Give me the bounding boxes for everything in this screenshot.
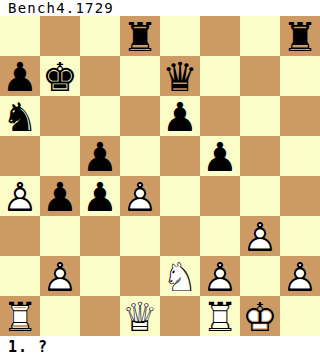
square-d2[interactable] — [120, 256, 160, 296]
square-a7[interactable]: ♟ — [0, 56, 40, 96]
square-e3[interactable] — [160, 216, 200, 256]
square-g2[interactable] — [240, 256, 280, 296]
square-h4[interactable] — [280, 176, 320, 216]
square-h5[interactable] — [280, 136, 320, 176]
square-h1[interactable] — [280, 296, 320, 336]
square-b8[interactable] — [40, 16, 80, 56]
square-c6[interactable] — [80, 96, 120, 136]
square-a5[interactable] — [0, 136, 40, 176]
square-f3[interactable] — [200, 216, 240, 256]
position-title: Bench4.1729 — [8, 0, 114, 16]
square-c4[interactable]: ♟ — [80, 176, 120, 216]
square-a6[interactable]: ♞ — [0, 96, 40, 136]
piece-white-pawn[interactable]: ♙ — [0, 176, 40, 216]
square-a4[interactable]: ♟♙ — [0, 176, 40, 216]
piece-white-knight[interactable]: ♘ — [160, 256, 200, 296]
square-c5[interactable]: ♟ — [80, 136, 120, 176]
square-g4[interactable] — [240, 176, 280, 216]
piece-white-pawn[interactable]: ♙ — [280, 256, 320, 296]
square-b2[interactable]: ♟♙ — [40, 256, 80, 296]
piece-black-pawn[interactable]: ♟ — [80, 136, 120, 176]
square-d7[interactable] — [120, 56, 160, 96]
piece-black-queen[interactable]: ♛ — [160, 56, 200, 96]
piece-black-pawn[interactable]: ♟ — [80, 176, 120, 216]
square-e5[interactable] — [160, 136, 200, 176]
piece-white-pawn[interactable]: ♙ — [200, 256, 240, 296]
square-f4[interactable] — [200, 176, 240, 216]
piece-black-rook[interactable]: ♜ — [120, 16, 160, 56]
square-a2[interactable] — [0, 256, 40, 296]
square-a8[interactable] — [0, 16, 40, 56]
square-b7[interactable]: ♚ — [40, 56, 80, 96]
square-g1[interactable]: ♚♔ — [240, 296, 280, 336]
square-c8[interactable] — [80, 16, 120, 56]
square-g3[interactable]: ♟♙ — [240, 216, 280, 256]
square-e6[interactable]: ♟ — [160, 96, 200, 136]
square-c3[interactable] — [80, 216, 120, 256]
square-e7[interactable]: ♛ — [160, 56, 200, 96]
piece-black-pawn[interactable]: ♟ — [0, 56, 40, 96]
move-prompt: 1. ? — [8, 337, 48, 357]
square-b1[interactable] — [40, 296, 80, 336]
square-g7[interactable] — [240, 56, 280, 96]
square-h7[interactable] — [280, 56, 320, 96]
square-f6[interactable] — [200, 96, 240, 136]
piece-white-rook[interactable]: ♖ — [0, 296, 40, 336]
square-h8[interactable]: ♜ — [280, 16, 320, 56]
piece-white-queen[interactable]: ♕ — [120, 296, 160, 336]
square-d3[interactable] — [120, 216, 160, 256]
piece-white-king[interactable]: ♔ — [240, 296, 280, 336]
square-d8[interactable]: ♜ — [120, 16, 160, 56]
square-h3[interactable] — [280, 216, 320, 256]
square-e8[interactable] — [160, 16, 200, 56]
square-c7[interactable] — [80, 56, 120, 96]
square-c2[interactable] — [80, 256, 120, 296]
square-b6[interactable] — [40, 96, 80, 136]
piece-white-pawn[interactable]: ♙ — [120, 176, 160, 216]
square-f2[interactable]: ♟♙ — [200, 256, 240, 296]
piece-black-rook[interactable]: ♜ — [280, 16, 320, 56]
square-a3[interactable] — [0, 216, 40, 256]
piece-white-pawn[interactable]: ♙ — [240, 216, 280, 256]
square-d6[interactable] — [120, 96, 160, 136]
piece-black-pawn[interactable]: ♟ — [160, 96, 200, 136]
square-a1[interactable]: ♜♖ — [0, 296, 40, 336]
square-f1[interactable]: ♜♖ — [200, 296, 240, 336]
square-b4[interactable]: ♟ — [40, 176, 80, 216]
square-e4[interactable] — [160, 176, 200, 216]
square-b3[interactable] — [40, 216, 80, 256]
piece-black-pawn[interactable]: ♟ — [200, 136, 240, 176]
square-d5[interactable] — [120, 136, 160, 176]
chess-board: ♜♜♟♚♛♞♟♟♟♟♙♟♟♟♙♟♙♟♙♞♘♟♙♟♙♜♖♛♕♜♖♚♔ — [0, 16, 320, 336]
square-b5[interactable] — [40, 136, 80, 176]
piece-black-pawn[interactable]: ♟ — [40, 176, 80, 216]
square-e2[interactable]: ♞♘ — [160, 256, 200, 296]
square-g6[interactable] — [240, 96, 280, 136]
piece-white-pawn[interactable]: ♙ — [40, 256, 80, 296]
square-g5[interactable] — [240, 136, 280, 176]
square-h6[interactable] — [280, 96, 320, 136]
square-f8[interactable] — [200, 16, 240, 56]
square-h2[interactable]: ♟♙ — [280, 256, 320, 296]
piece-black-knight[interactable]: ♞ — [0, 96, 40, 136]
square-f7[interactable] — [200, 56, 240, 96]
square-c1[interactable] — [80, 296, 120, 336]
piece-black-king[interactable]: ♚ — [40, 56, 80, 96]
square-f5[interactable]: ♟ — [200, 136, 240, 176]
square-d1[interactable]: ♛♕ — [120, 296, 160, 336]
square-e1[interactable] — [160, 296, 200, 336]
piece-white-rook[interactable]: ♖ — [200, 296, 240, 336]
square-g8[interactable] — [240, 16, 280, 56]
square-d4[interactable]: ♟♙ — [120, 176, 160, 216]
